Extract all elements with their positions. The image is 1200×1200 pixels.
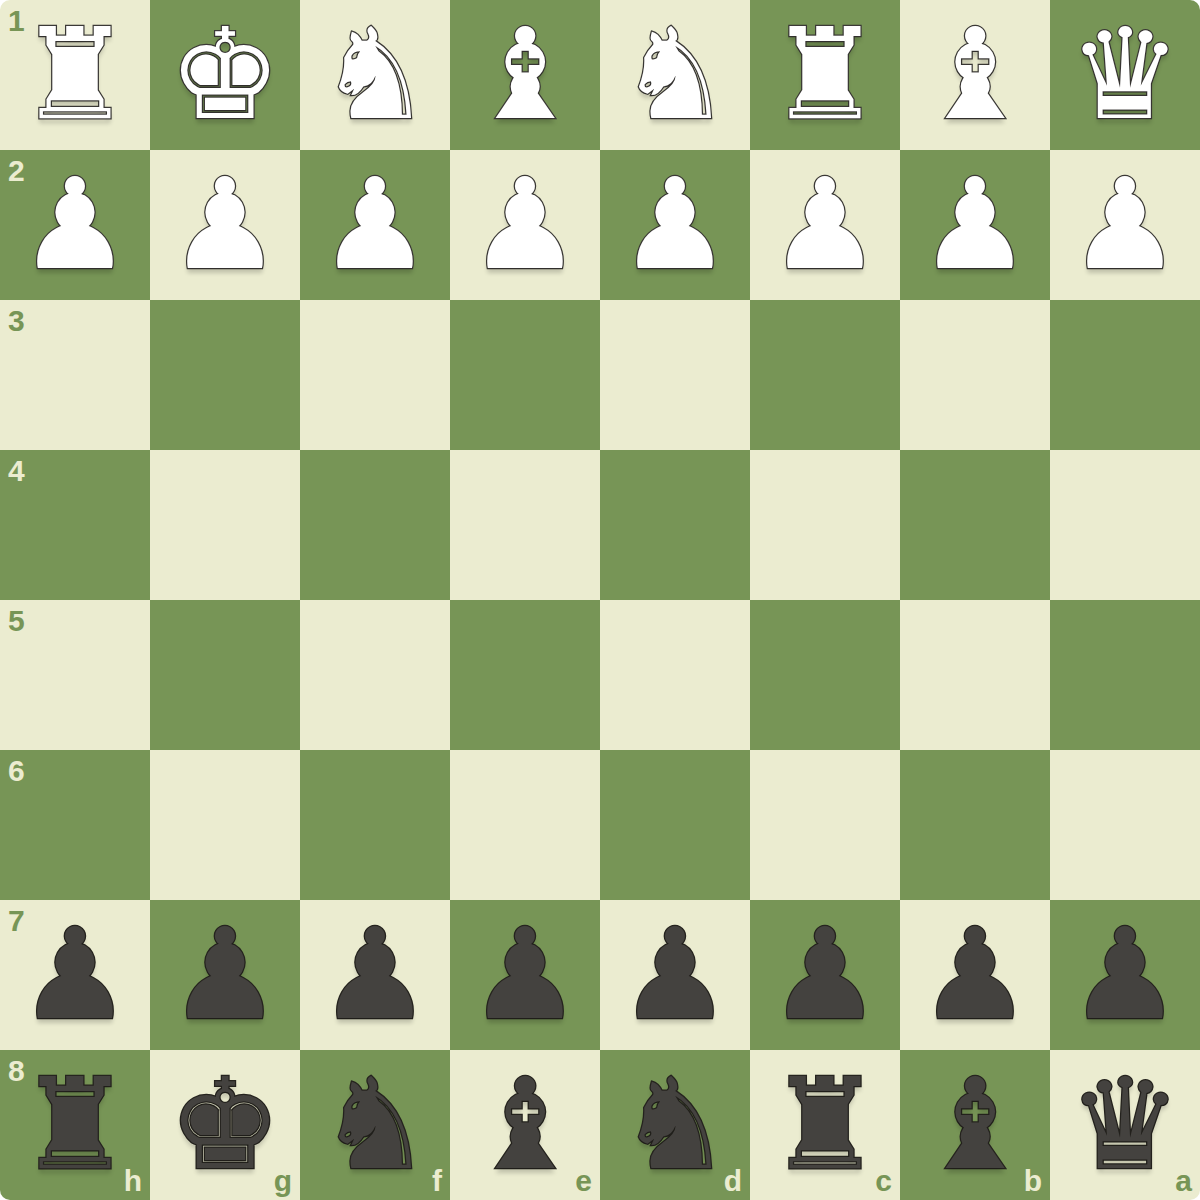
square-b6[interactable] [900, 750, 1050, 900]
square-g6[interactable] [150, 750, 300, 900]
piece-black-bishop[interactable]: ♝ [900, 1050, 1050, 1200]
square-g4[interactable] [150, 450, 300, 600]
piece-white-bishop[interactable]: ♝ [900, 0, 1050, 150]
square-d1[interactable]: ♞ [600, 0, 750, 150]
square-d6[interactable] [600, 750, 750, 900]
square-e3[interactable] [450, 300, 600, 450]
square-a3[interactable] [1050, 300, 1200, 450]
square-h6[interactable]: 6 [0, 750, 150, 900]
square-b5[interactable] [900, 600, 1050, 750]
square-c5[interactable] [750, 600, 900, 750]
square-c7[interactable]: ♟ [750, 900, 900, 1050]
piece-black-queen[interactable]: ♛ [1050, 1050, 1200, 1200]
piece-white-knight[interactable]: ♞ [300, 0, 450, 150]
square-h5[interactable]: 5 [0, 600, 150, 750]
piece-black-king[interactable]: ♚ [150, 1050, 300, 1200]
square-e4[interactable] [450, 450, 600, 600]
square-h3[interactable]: 3 [0, 300, 150, 450]
square-f7[interactable]: ♟ [300, 900, 450, 1050]
square-e5[interactable] [450, 600, 600, 750]
piece-white-queen[interactable]: ♛ [1050, 0, 1200, 150]
square-c6[interactable] [750, 750, 900, 900]
square-e2[interactable]: ♟ [450, 150, 600, 300]
piece-white-pawn[interactable]: ♟ [600, 150, 750, 300]
piece-black-pawn[interactable]: ♟ [1050, 900, 1200, 1050]
piece-white-pawn[interactable]: ♟ [300, 150, 450, 300]
square-h8[interactable]: 8h♜ [0, 1050, 150, 1200]
piece-black-bishop[interactable]: ♝ [450, 1050, 600, 1200]
square-e6[interactable] [450, 750, 600, 900]
square-f6[interactable] [300, 750, 450, 900]
rank-label-5: 5 [8, 606, 25, 636]
square-g8[interactable]: g♚ [150, 1050, 300, 1200]
piece-black-knight[interactable]: ♞ [600, 1050, 750, 1200]
square-h1[interactable]: 1♜ [0, 0, 150, 150]
square-d4[interactable] [600, 450, 750, 600]
square-b3[interactable] [900, 300, 1050, 450]
square-a1[interactable]: ♛ [1050, 0, 1200, 150]
square-h2[interactable]: 2♟ [0, 150, 150, 300]
square-f3[interactable] [300, 300, 450, 450]
square-d8[interactable]: d♞ [600, 1050, 750, 1200]
piece-black-pawn[interactable]: ♟ [300, 900, 450, 1050]
piece-white-pawn[interactable]: ♟ [900, 150, 1050, 300]
square-d7[interactable]: ♟ [600, 900, 750, 1050]
square-g2[interactable]: ♟ [150, 150, 300, 300]
square-f1[interactable]: ♞ [300, 0, 450, 150]
piece-white-bishop[interactable]: ♝ [450, 0, 600, 150]
square-g7[interactable]: ♟ [150, 900, 300, 1050]
square-g5[interactable] [150, 600, 300, 750]
square-f2[interactable]: ♟ [300, 150, 450, 300]
rank-label-4: 4 [8, 456, 25, 486]
square-b7[interactable]: ♟ [900, 900, 1050, 1050]
square-c4[interactable] [750, 450, 900, 600]
piece-black-pawn[interactable]: ♟ [900, 900, 1050, 1050]
square-b4[interactable] [900, 450, 1050, 600]
piece-white-king[interactable]: ♚ [150, 0, 300, 150]
square-d2[interactable]: ♟ [600, 150, 750, 300]
piece-white-rook[interactable]: ♜ [0, 0, 150, 150]
piece-white-pawn[interactable]: ♟ [450, 150, 600, 300]
square-h4[interactable]: 4 [0, 450, 150, 600]
piece-white-pawn[interactable]: ♟ [1050, 150, 1200, 300]
rank-label-3: 3 [8, 306, 25, 336]
square-b2[interactable]: ♟ [900, 150, 1050, 300]
square-d3[interactable] [600, 300, 750, 450]
piece-white-rook[interactable]: ♜ [750, 0, 900, 150]
square-c8[interactable]: c♜ [750, 1050, 900, 1200]
square-a7[interactable]: ♟ [1050, 900, 1200, 1050]
square-a2[interactable]: ♟ [1050, 150, 1200, 300]
square-e8[interactable]: e♝ [450, 1050, 600, 1200]
piece-black-pawn[interactable]: ♟ [450, 900, 600, 1050]
square-d5[interactable] [600, 600, 750, 750]
square-c2[interactable]: ♟ [750, 150, 900, 300]
square-b8[interactable]: b♝ [900, 1050, 1050, 1200]
square-a4[interactable] [1050, 450, 1200, 600]
square-a8[interactable]: a♛ [1050, 1050, 1200, 1200]
piece-white-pawn[interactable]: ♟ [150, 150, 300, 300]
piece-black-pawn[interactable]: ♟ [750, 900, 900, 1050]
square-g3[interactable] [150, 300, 300, 450]
piece-black-rook[interactable]: ♜ [0, 1050, 150, 1200]
piece-black-pawn[interactable]: ♟ [600, 900, 750, 1050]
square-c3[interactable] [750, 300, 900, 450]
rank-label-6: 6 [8, 756, 25, 786]
piece-white-pawn[interactable]: ♟ [0, 150, 150, 300]
square-b1[interactable]: ♝ [900, 0, 1050, 150]
square-f8[interactable]: f♞ [300, 1050, 450, 1200]
chess-board-container: 1♜♚♞♝♞♜♝♛2♟♟♟♟♟♟♟♟34567♟♟♟♟♟♟♟♟8h♜g♚f♞e♝… [0, 0, 1200, 1200]
square-h7[interactable]: 7♟ [0, 900, 150, 1050]
piece-white-knight[interactable]: ♞ [600, 0, 750, 150]
square-c1[interactable]: ♜ [750, 0, 900, 150]
piece-white-pawn[interactable]: ♟ [750, 150, 900, 300]
square-a6[interactable] [1050, 750, 1200, 900]
piece-black-pawn[interactable]: ♟ [150, 900, 300, 1050]
square-a5[interactable] [1050, 600, 1200, 750]
square-g1[interactable]: ♚ [150, 0, 300, 150]
square-f5[interactable] [300, 600, 450, 750]
square-f4[interactable] [300, 450, 450, 600]
chess-board: 1♜♚♞♝♞♜♝♛2♟♟♟♟♟♟♟♟34567♟♟♟♟♟♟♟♟8h♜g♚f♞e♝… [0, 0, 1200, 1200]
piece-black-pawn[interactable]: ♟ [0, 900, 150, 1050]
square-e1[interactable]: ♝ [450, 0, 600, 150]
square-e7[interactable]: ♟ [450, 900, 600, 1050]
piece-black-knight[interactable]: ♞ [300, 1050, 450, 1200]
piece-black-rook[interactable]: ♜ [750, 1050, 900, 1200]
